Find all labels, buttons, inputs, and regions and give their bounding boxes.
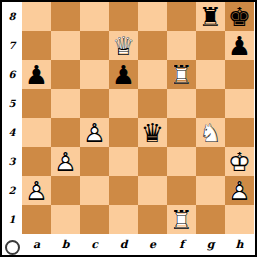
piece-white-rook-f1: ♖ — [167, 205, 196, 234]
square-h3[interactable]: ♚♔ — [225, 147, 254, 176]
piece-white-knight-g4-fill: ♞ — [196, 118, 225, 147]
square-g6[interactable] — [196, 60, 225, 89]
square-c4[interactable]: ♟♙ — [80, 118, 109, 147]
square-h2[interactable]: ♟♙ — [225, 176, 254, 205]
piece-black-pawn-h7: ♟ — [225, 31, 254, 60]
piece-white-pawn-a2: ♙ — [22, 176, 51, 205]
square-b4[interactable] — [51, 118, 80, 147]
square-a3[interactable] — [22, 147, 51, 176]
square-f8[interactable] — [167, 2, 196, 31]
square-f7[interactable] — [167, 31, 196, 60]
square-c1[interactable] — [80, 205, 109, 234]
square-a8[interactable] — [22, 2, 51, 31]
square-a4[interactable] — [22, 118, 51, 147]
square-h5[interactable] — [225, 89, 254, 118]
file-labels: abcdefgh — [22, 234, 254, 255]
square-g8[interactable]: ♜ — [196, 2, 225, 31]
piece-white-king-h3-fill: ♚ — [225, 147, 254, 176]
square-f5[interactable] — [167, 89, 196, 118]
piece-white-pawn-c4: ♙ — [80, 118, 109, 147]
piece-white-knight-g4: ♘ — [196, 118, 225, 147]
square-d2[interactable] — [109, 176, 138, 205]
square-e2[interactable] — [138, 176, 167, 205]
square-e6[interactable] — [138, 60, 167, 89]
piece-black-pawn-a6: ♟ — [22, 60, 51, 89]
square-d4[interactable] — [109, 118, 138, 147]
square-b3[interactable]: ♟♙ — [51, 147, 80, 176]
rank-label-5: 5 — [2, 89, 22, 118]
square-g4[interactable]: ♞♘ — [196, 118, 225, 147]
piece-white-pawn-b3: ♙ — [51, 147, 80, 176]
square-f3[interactable] — [167, 147, 196, 176]
square-e8[interactable] — [138, 2, 167, 31]
piece-white-pawn-a2-fill: ♟ — [22, 176, 51, 205]
square-a6[interactable]: ♟ — [22, 60, 51, 89]
square-d3[interactable] — [109, 147, 138, 176]
piece-white-king-h3: ♔ — [225, 147, 254, 176]
file-label-e: e — [138, 234, 167, 255]
square-d1[interactable] — [109, 205, 138, 234]
piece-black-rook-g8: ♜ — [196, 2, 225, 31]
rank-label-2: 2 — [2, 176, 22, 205]
square-b1[interactable] — [51, 205, 80, 234]
square-e7[interactable] — [138, 31, 167, 60]
piece-white-pawn-c4-fill: ♟ — [80, 118, 109, 147]
square-g7[interactable] — [196, 31, 225, 60]
square-h7[interactable]: ♟ — [225, 31, 254, 60]
square-h1[interactable] — [225, 205, 254, 234]
rank-label-4: 4 — [2, 118, 22, 147]
rank-label-6: 6 — [2, 60, 22, 89]
square-e1[interactable] — [138, 205, 167, 234]
square-b6[interactable] — [51, 60, 80, 89]
square-c7[interactable] — [80, 31, 109, 60]
file-label-c: c — [80, 234, 109, 255]
square-a7[interactable] — [22, 31, 51, 60]
piece-white-pawn-b3-fill: ♟ — [51, 147, 80, 176]
rank-label-3: 3 — [2, 147, 22, 176]
square-d5[interactable] — [109, 89, 138, 118]
piece-black-pawn-d6: ♟ — [109, 60, 138, 89]
square-f6[interactable]: ♜♖ — [167, 60, 196, 89]
square-b2[interactable] — [51, 176, 80, 205]
file-label-b: b — [51, 234, 80, 255]
square-f1[interactable]: ♜♖ — [167, 205, 196, 234]
square-a1[interactable] — [22, 205, 51, 234]
white-to-move-indicator — [5, 240, 20, 255]
piece-black-queen-e4: ♛ — [138, 118, 167, 147]
square-h4[interactable] — [225, 118, 254, 147]
square-h8[interactable]: ♚ — [225, 2, 254, 31]
square-c5[interactable] — [80, 89, 109, 118]
rank-label-1: 1 — [2, 205, 22, 234]
file-label-h: h — [225, 234, 254, 255]
square-e4[interactable]: ♛ — [138, 118, 167, 147]
square-b5[interactable] — [51, 89, 80, 118]
square-g5[interactable] — [196, 89, 225, 118]
square-f2[interactable] — [167, 176, 196, 205]
piece-white-rook-f1-fill: ♜ — [167, 205, 196, 234]
rank-label-8: 8 — [2, 2, 22, 31]
rank-label-7: 7 — [2, 31, 22, 60]
square-e3[interactable] — [138, 147, 167, 176]
square-g1[interactable] — [196, 205, 225, 234]
piece-white-rook-f6: ♖ — [167, 60, 196, 89]
square-h6[interactable] — [225, 60, 254, 89]
square-c6[interactable] — [80, 60, 109, 89]
square-e5[interactable] — [138, 89, 167, 118]
square-b8[interactable] — [51, 2, 80, 31]
piece-white-pawn-h2: ♙ — [225, 176, 254, 205]
chess-diagram: 87654321 ♜♚♛♕♟♟♟♜♖♟♙♛♞♘♟♙♚♔♟♙♟♙♜♖ abcdef… — [0, 0, 257, 257]
square-g2[interactable] — [196, 176, 225, 205]
square-d7[interactable]: ♛♕ — [109, 31, 138, 60]
square-f4[interactable] — [167, 118, 196, 147]
square-a2[interactable]: ♟♙ — [22, 176, 51, 205]
square-b7[interactable] — [51, 31, 80, 60]
square-g3[interactable] — [196, 147, 225, 176]
file-label-a: a — [22, 234, 51, 255]
file-label-f: f — [167, 234, 196, 255]
piece-white-queen-d7-fill: ♛ — [109, 31, 138, 60]
piece-white-rook-f6-fill: ♜ — [167, 60, 196, 89]
square-d6[interactable]: ♟ — [109, 60, 138, 89]
square-c3[interactable] — [80, 147, 109, 176]
square-d8[interactable] — [109, 2, 138, 31]
rank-labels: 87654321 — [2, 2, 22, 234]
file-label-g: g — [196, 234, 225, 255]
square-c8[interactable] — [80, 2, 109, 31]
file-label-d: d — [109, 234, 138, 255]
chess-board: ♜♚♛♕♟♟♟♜♖♟♙♛♞♘♟♙♚♔♟♙♟♙♜♖ — [22, 2, 254, 234]
square-c2[interactable] — [80, 176, 109, 205]
piece-black-king-h8: ♚ — [225, 2, 254, 31]
square-a5[interactable] — [22, 89, 51, 118]
piece-white-queen-d7: ♕ — [109, 31, 138, 60]
piece-white-pawn-h2-fill: ♟ — [225, 176, 254, 205]
